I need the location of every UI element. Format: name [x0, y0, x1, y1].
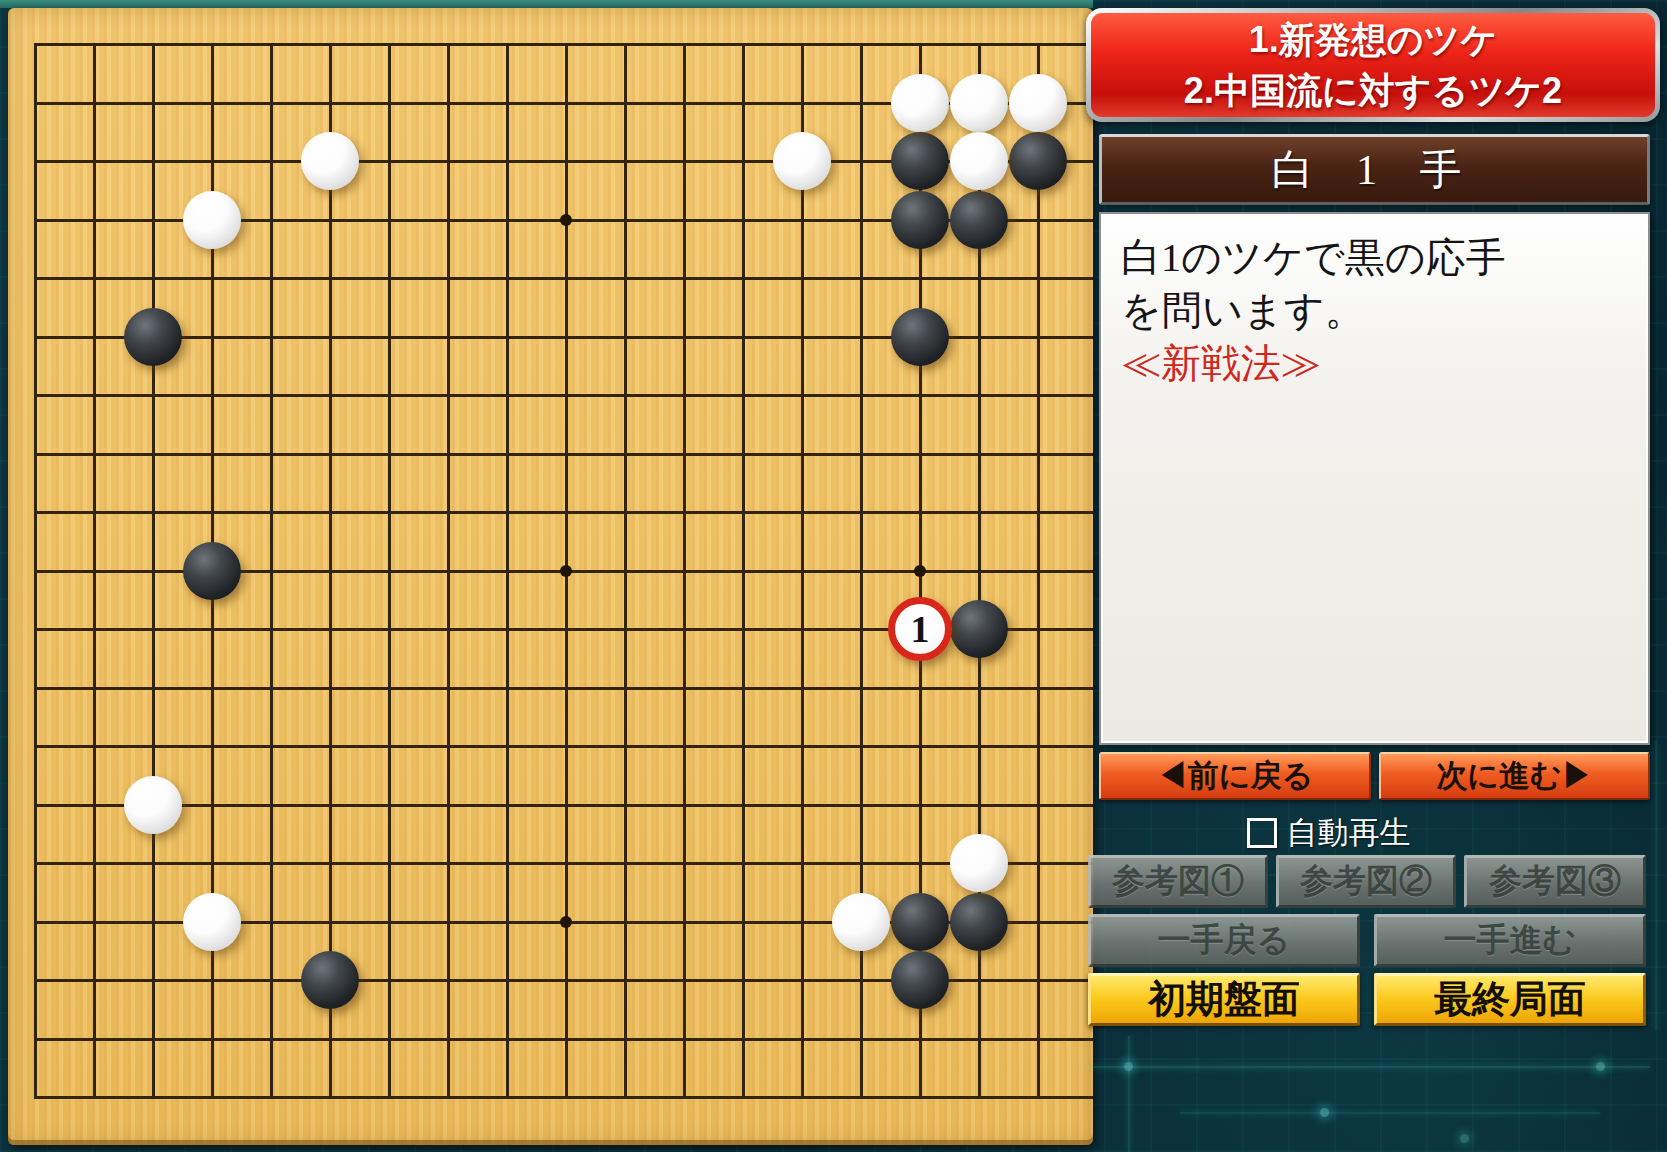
black-stone — [183, 542, 241, 600]
white-stone — [183, 191, 241, 249]
reference-diagram-2-label: 参考図② — [1300, 859, 1432, 904]
next-button-label: 次に進む▶ — [1436, 755, 1592, 797]
commentary-line1: 白1のツケで黒の応手 — [1121, 232, 1628, 285]
board-grid-line-horizontal — [34, 43, 1093, 46]
board-grid-line-horizontal — [34, 277, 1093, 280]
autoplay-checkbox[interactable] — [1247, 818, 1277, 848]
step-forward-label: 一手進む — [1444, 918, 1577, 963]
commentary-line2: を問います。 — [1121, 285, 1628, 338]
final-position-label: 最終局面 — [1434, 974, 1586, 1025]
white-stone — [124, 776, 182, 834]
move-indicator-label: 白 1 手 — [1272, 142, 1478, 198]
board-grid-line-horizontal — [34, 1038, 1093, 1041]
circuit-node-decoration — [1596, 1062, 1605, 1071]
star-point — [560, 565, 572, 577]
circuit-node-decoration — [1460, 1134, 1469, 1143]
board-grid-line-vertical — [624, 43, 627, 1099]
board-grid-line-horizontal — [34, 804, 1093, 807]
back-button[interactable]: ◀前に戻る — [1099, 752, 1371, 800]
circuit-line-decoration — [1180, 1112, 1600, 1114]
board-grid-line-horizontal — [34, 862, 1093, 865]
white-stone — [1009, 74, 1067, 132]
white-stone — [950, 834, 1008, 892]
white-stone — [832, 893, 890, 951]
circuit-line-decoration — [1655, 740, 1657, 1030]
black-stone — [124, 308, 182, 366]
commentary-emphasis: ≪新戦法≫ — [1121, 338, 1628, 391]
board-grid-line-horizontal — [34, 394, 1093, 397]
circuit-line-decoration — [1128, 1036, 1130, 1152]
lesson-title-box: 1.新発想のツケ 2.中国流に対するツケ2 — [1086, 8, 1660, 122]
black-stone — [891, 893, 949, 951]
board-grid-line-horizontal — [34, 511, 1093, 514]
board-grid-line-horizontal — [34, 1096, 1093, 1099]
black-stone — [950, 600, 1008, 658]
top-teal-strip — [0, 0, 1093, 8]
star-point — [560, 916, 572, 928]
star-point — [914, 565, 926, 577]
black-stone — [950, 893, 1008, 951]
board-grid-line-vertical — [1037, 43, 1040, 1099]
board-grid-line-vertical — [683, 43, 686, 1099]
white-stone — [950, 74, 1008, 132]
marked-move-stone: 1 — [888, 597, 952, 661]
white-stone — [183, 893, 241, 951]
black-stone — [891, 951, 949, 1009]
lesson-title-line2: 2.中国流に対するツケ2 — [1184, 65, 1562, 116]
app-window: 1 1.新発想のツケ 2.中国流に対するツケ2 白 1 手 白1のツケで黒の応手… — [0, 0, 1667, 1152]
step-back-button[interactable]: 一手戻る — [1088, 914, 1360, 967]
autoplay-row: 自動再生 — [1053, 812, 1604, 854]
board-panel: 1 — [8, 8, 1093, 1145]
step-forward-button[interactable]: 一手進む — [1374, 914, 1646, 967]
board-grid-line-horizontal — [34, 745, 1093, 748]
white-stone — [891, 74, 949, 132]
go-board[interactable]: 1 — [8, 8, 1093, 1145]
move-indicator: 白 1 手 — [1099, 134, 1650, 205]
white-stone — [773, 132, 831, 190]
board-grid-line-vertical — [801, 43, 804, 1099]
reference-diagram-3-button[interactable]: 参考図③ — [1464, 855, 1646, 908]
final-position-button[interactable]: 最終局面 — [1374, 973, 1646, 1026]
black-stone — [891, 132, 949, 190]
lesson-title-line1: 1.新発想のツケ — [1249, 14, 1498, 65]
star-point — [560, 214, 572, 226]
black-stone — [891, 308, 949, 366]
reference-diagram-1-button[interactable]: 参考図① — [1088, 855, 1268, 908]
reference-diagram-1-label: 参考図① — [1112, 859, 1244, 904]
black-stone — [1009, 132, 1067, 190]
back-button-label: ◀前に戻る — [1157, 755, 1313, 797]
marked-move-number: 1 — [911, 610, 930, 648]
commentary-panel: 白1のツケで黒の応手 を問います。 ≪新戦法≫ — [1099, 212, 1650, 745]
initial-board-button[interactable]: 初期盤面 — [1088, 973, 1360, 1026]
white-stone — [950, 132, 1008, 190]
board-grid-line-horizontal — [34, 687, 1093, 690]
circuit-line-decoration — [1090, 1066, 1650, 1068]
step-back-label: 一手戻る — [1158, 918, 1291, 963]
circuit-node-decoration — [1124, 1062, 1133, 1071]
initial-board-label: 初期盤面 — [1148, 974, 1300, 1025]
reference-diagram-2-button[interactable]: 参考図② — [1276, 855, 1456, 908]
next-button[interactable]: 次に進む▶ — [1379, 752, 1650, 800]
board-grid-line-vertical — [742, 43, 745, 1099]
circuit-node-decoration — [1320, 1108, 1329, 1117]
autoplay-label: 自動再生 — [1287, 812, 1411, 854]
black-stone — [950, 191, 1008, 249]
black-stone — [891, 191, 949, 249]
lesson-title-inner: 1.新発想のツケ 2.中国流に対するツケ2 — [1091, 13, 1655, 117]
black-stone — [301, 951, 359, 1009]
white-stone — [301, 132, 359, 190]
board-grid-line-horizontal — [34, 453, 1093, 456]
reference-diagram-3-label: 参考図③ — [1489, 859, 1621, 904]
